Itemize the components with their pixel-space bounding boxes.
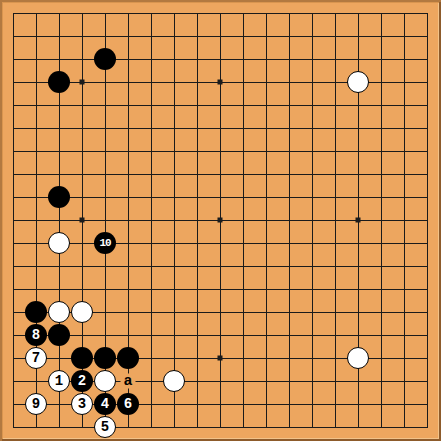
star-point <box>80 80 85 85</box>
go-board[interactable]: a10871293465 <box>0 0 441 441</box>
black-stone <box>117 347 139 369</box>
black-stone-move-2: 2 <box>71 370 93 392</box>
white-stone <box>347 71 369 93</box>
white-stone <box>94 370 116 392</box>
white-stone <box>48 232 70 254</box>
black-stone <box>25 301 47 323</box>
black-stone <box>48 71 70 93</box>
white-stone-move-7: 7 <box>25 347 47 369</box>
black-stone <box>94 48 116 70</box>
black-stone-move-6: 6 <box>117 393 139 415</box>
black-stone <box>71 347 93 369</box>
white-stone <box>163 370 185 392</box>
white-stone-move-3: 3 <box>71 393 93 415</box>
black-stone <box>48 324 70 346</box>
star-point <box>218 356 223 361</box>
white-stone <box>48 301 70 323</box>
star-point <box>80 218 85 223</box>
star-point <box>356 218 361 223</box>
white-stone <box>347 347 369 369</box>
black-stone-move-10: 10 <box>94 232 116 254</box>
black-stone-move-8: 8 <box>25 324 47 346</box>
black-stone <box>48 186 70 208</box>
star-point <box>218 218 223 223</box>
white-stone <box>71 301 93 323</box>
point-label-a: a <box>121 374 136 389</box>
black-stone <box>94 347 116 369</box>
white-stone-move-9: 9 <box>25 393 47 415</box>
black-stone-move-4: 4 <box>94 393 116 415</box>
white-stone-move-5: 5 <box>94 416 116 438</box>
star-point <box>218 80 223 85</box>
white-stone-move-1: 1 <box>48 370 70 392</box>
